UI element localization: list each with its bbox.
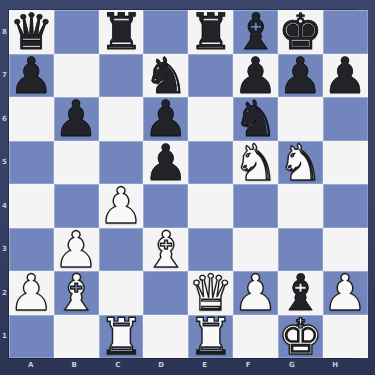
white-pawn-h2[interactable]: ♟ bbox=[323, 272, 368, 315]
file-label-b: B bbox=[53, 359, 97, 371]
black-rook-e8[interactable]: ♜ bbox=[188, 11, 233, 54]
square-a2[interactable]: ♟ bbox=[9, 271, 54, 315]
square-d5[interactable]: ♟ bbox=[143, 141, 188, 185]
white-pawn-f2[interactable]: ♟ bbox=[233, 272, 278, 315]
square-a5[interactable] bbox=[9, 141, 54, 185]
file-label-d: D bbox=[140, 359, 184, 371]
white-knight-g5[interactable]: ♞ bbox=[278, 142, 323, 185]
square-f5[interactable]: ♞ bbox=[233, 141, 278, 185]
square-e4[interactable] bbox=[188, 184, 233, 228]
rank-labels: 87654321 bbox=[0, 10, 9, 358]
black-pawn-a7[interactable]: ♟ bbox=[9, 55, 54, 98]
square-c8[interactable]: ♜ bbox=[99, 10, 144, 54]
square-a6[interactable] bbox=[9, 97, 54, 141]
square-d1[interactable] bbox=[143, 315, 188, 359]
file-labels: ABCDEFGH bbox=[9, 359, 357, 371]
file-label-e: E bbox=[183, 359, 227, 371]
square-e5[interactable] bbox=[188, 141, 233, 185]
square-b8[interactable] bbox=[54, 10, 99, 54]
chess-board: ♛♜♜♝♚♟♞♟♟♟♟♟♞♟♞♞♟♟♝♟♝♛♟♝♟♜♜♚ bbox=[9, 10, 357, 358]
rank-label-4: 4 bbox=[0, 184, 9, 228]
file-label-g: G bbox=[270, 359, 314, 371]
square-f4[interactable] bbox=[233, 184, 278, 228]
rank-label-2: 2 bbox=[0, 271, 9, 315]
square-h4[interactable] bbox=[323, 184, 368, 228]
rank-label-6: 6 bbox=[0, 97, 9, 141]
square-h7[interactable]: ♟ bbox=[323, 54, 368, 98]
file-label-f: F bbox=[227, 359, 271, 371]
chess-board-frame: 87654321 ♛♜♜♝♚♟♞♟♟♟♟♟♞♟♞♞♟♟♝♟♝♛♟♝♟♜♜♚ AB… bbox=[0, 0, 375, 375]
white-rook-c1[interactable]: ♜ bbox=[99, 316, 144, 359]
square-d3[interactable]: ♝ bbox=[143, 228, 188, 272]
square-g5[interactable]: ♞ bbox=[278, 141, 323, 185]
square-b6[interactable]: ♟ bbox=[54, 97, 99, 141]
white-pawn-a2[interactable]: ♟ bbox=[9, 272, 54, 315]
square-h2[interactable]: ♟ bbox=[323, 271, 368, 315]
square-e8[interactable]: ♜ bbox=[188, 10, 233, 54]
square-b5[interactable] bbox=[54, 141, 99, 185]
square-c3[interactable] bbox=[99, 228, 144, 272]
black-rook-c8[interactable]: ♜ bbox=[99, 11, 144, 54]
white-rook-e1[interactable]: ♜ bbox=[188, 316, 233, 359]
square-a1[interactable] bbox=[9, 315, 54, 359]
black-pawn-d5[interactable]: ♟ bbox=[143, 142, 188, 185]
rank-label-7: 7 bbox=[0, 54, 9, 98]
square-d2[interactable] bbox=[143, 271, 188, 315]
square-b1[interactable] bbox=[54, 315, 99, 359]
square-e6[interactable] bbox=[188, 97, 233, 141]
white-bishop-d3[interactable]: ♝ bbox=[143, 229, 188, 272]
white-bishop-b2[interactable]: ♝ bbox=[54, 272, 99, 315]
file-label-h: H bbox=[314, 359, 358, 371]
square-e1[interactable]: ♜ bbox=[188, 315, 233, 359]
rank-label-8: 8 bbox=[0, 10, 9, 54]
square-f2[interactable]: ♟ bbox=[233, 271, 278, 315]
white-knight-f5[interactable]: ♞ bbox=[233, 142, 278, 185]
square-h6[interactable] bbox=[323, 97, 368, 141]
square-h5[interactable] bbox=[323, 141, 368, 185]
square-c1[interactable]: ♜ bbox=[99, 315, 144, 359]
square-g7[interactable]: ♟ bbox=[278, 54, 323, 98]
file-label-c: C bbox=[96, 359, 140, 371]
black-pawn-g7[interactable]: ♟ bbox=[278, 55, 323, 98]
square-c6[interactable] bbox=[99, 97, 144, 141]
rank-label-5: 5 bbox=[0, 141, 9, 185]
square-b2[interactable]: ♝ bbox=[54, 271, 99, 315]
white-pawn-c4[interactable]: ♟ bbox=[99, 185, 144, 228]
square-c4[interactable]: ♟ bbox=[99, 184, 144, 228]
black-pawn-h7[interactable]: ♟ bbox=[323, 55, 368, 98]
white-king-g1[interactable]: ♚ bbox=[278, 316, 323, 359]
file-label-a: A bbox=[9, 359, 53, 371]
black-pawn-b6[interactable]: ♟ bbox=[54, 98, 99, 141]
rank-label-3: 3 bbox=[0, 228, 9, 272]
square-e7[interactable] bbox=[188, 54, 233, 98]
square-f1[interactable] bbox=[233, 315, 278, 359]
square-g1[interactable]: ♚ bbox=[278, 315, 323, 359]
square-h1[interactable] bbox=[323, 315, 368, 359]
square-a7[interactable]: ♟ bbox=[9, 54, 54, 98]
rank-label-1: 1 bbox=[0, 315, 9, 359]
square-a4[interactable] bbox=[9, 184, 54, 228]
square-g4[interactable] bbox=[278, 184, 323, 228]
square-c7[interactable] bbox=[99, 54, 144, 98]
